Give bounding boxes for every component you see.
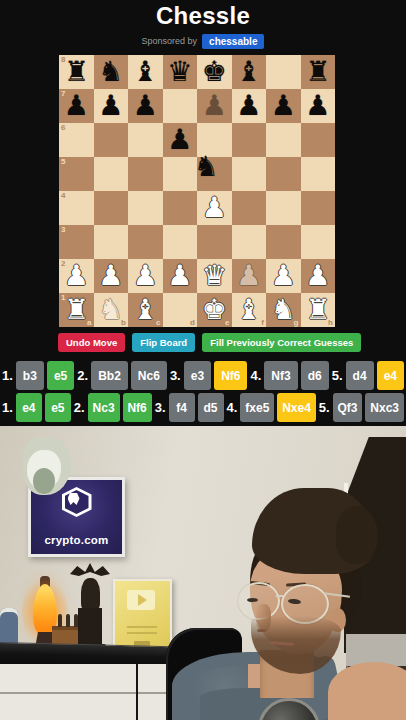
square-f6[interactable]: [232, 123, 267, 157]
guess-tile-fxe5: fxe5: [240, 393, 274, 422]
black-king-piece[interactable]: ♚: [197, 55, 232, 89]
square-c8[interactable]: ♝: [128, 55, 163, 89]
square-g2[interactable]: ♟: [266, 259, 301, 293]
square-b2[interactable]: ♟: [94, 259, 129, 293]
square-d7[interactable]: [163, 89, 198, 123]
white-rook-piece[interactable]: ♜: [301, 293, 336, 327]
sponsor-row: Sponsored by chessable: [0, 33, 406, 49]
move-number: 1.: [2, 368, 13, 383]
file-label: d: [190, 318, 195, 327]
square-c1[interactable]: c♝: [128, 293, 163, 327]
hair-curl: [336, 506, 378, 564]
mini-chess-piece: [66, 614, 70, 627]
square-a8[interactable]: 8♜: [59, 55, 94, 89]
crypto-poster-brand: crypto.com: [31, 534, 122, 546]
square-f8[interactable]: ♝: [232, 55, 267, 89]
rank-label: 4: [61, 191, 65, 201]
sponsor-prefix: Sponsored by: [142, 36, 198, 46]
play-button-icon: [127, 590, 155, 610]
move-number: 3.: [155, 400, 166, 415]
black-pawn-piece[interactable]: ♟: [197, 89, 232, 123]
guess-tile-e5: e5: [45, 393, 71, 422]
white-pawn-piece[interactable]: ♟: [232, 259, 267, 293]
guess-tile-e4: e4: [16, 393, 42, 422]
black-pawn-piece[interactable]: ♟: [232, 89, 267, 123]
white-pawn-piece[interactable]: ♟: [94, 259, 129, 293]
square-e5[interactable]: ♞: [197, 157, 232, 191]
black-pawn-piece[interactable]: ♟: [59, 89, 94, 123]
square-d3[interactable]: [163, 225, 198, 259]
square-b6[interactable]: [94, 123, 129, 157]
square-b8[interactable]: ♞: [94, 55, 129, 89]
square-g5[interactable]: [266, 157, 301, 191]
square-g4[interactable]: [266, 191, 301, 225]
white-rook-piece[interactable]: ♜: [59, 293, 94, 327]
square-e2[interactable]: ♛: [197, 259, 232, 293]
square-b1[interactable]: b♞: [94, 293, 129, 327]
webcam-view: crypto.com: [0, 426, 406, 720]
guess-tile-e4: e4: [377, 361, 404, 390]
move-number: 5.: [332, 368, 343, 383]
black-bishop-piece[interactable]: ♝: [232, 55, 267, 89]
square-e1[interactable]: e♚: [197, 293, 232, 327]
square-f4[interactable]: [232, 191, 267, 225]
square-h7[interactable]: ♟: [301, 89, 336, 123]
crypto-poster: crypto.com: [28, 477, 125, 557]
guess-tile-Nxe4: Nxe4: [277, 393, 316, 422]
white-pawn-piece[interactable]: ♟: [128, 259, 163, 293]
square-c3[interactable]: [128, 225, 163, 259]
chessable-badge[interactable]: chessable: [202, 34, 264, 49]
black-rook-piece[interactable]: ♜: [301, 55, 336, 89]
square-g7[interactable]: ♟: [266, 89, 301, 123]
square-c7[interactable]: ♟: [128, 89, 163, 123]
guess-tile-Nf6: Nf6: [123, 393, 152, 422]
guess-tile-Bb2: Bb2: [91, 361, 128, 390]
square-b4[interactable]: [94, 191, 129, 225]
drawer-groove: [0, 692, 182, 694]
square-f1[interactable]: f♝: [232, 293, 267, 327]
square-g6[interactable]: [266, 123, 301, 157]
fill-correct-guesses-button[interactable]: Fill Previously Correct Guesses: [202, 333, 361, 352]
square-e3[interactable]: [197, 225, 232, 259]
crypto-logo-icon: [62, 487, 92, 517]
guess-tile-Nc3: Nc3: [88, 393, 120, 422]
square-a7[interactable]: 7♟: [59, 89, 94, 123]
square-h2[interactable]: ♟: [301, 259, 336, 293]
square-f5[interactable]: [232, 157, 267, 191]
square-g1[interactable]: g♞: [266, 293, 301, 327]
black-pawn-piece[interactable]: ♟: [94, 89, 129, 123]
guess-tile-f4: f4: [169, 393, 195, 422]
square-f3[interactable]: [232, 225, 267, 259]
black-pawn-piece[interactable]: ♟: [266, 89, 301, 123]
guess-tile-Nc6: Nc6: [131, 361, 167, 390]
page-title: Chessle: [0, 2, 406, 30]
guess-rows: 1.b3e52.Bb2Nc63.e3Nf64.Nf3d65.d4e41.e4e5…: [0, 361, 406, 425]
rank-label: 5: [61, 157, 65, 167]
white-pawn-piece[interactable]: ♟: [59, 259, 94, 293]
black-knight-piece[interactable]: ♞: [94, 55, 129, 89]
move-number: 2.: [74, 400, 85, 415]
square-a5[interactable]: 5: [59, 157, 94, 191]
square-g8[interactable]: [266, 55, 301, 89]
guess-tile-d6: d6: [301, 361, 329, 390]
square-e8[interactable]: ♚: [197, 55, 232, 89]
guess-tile-d5: d5: [198, 393, 224, 422]
square-c2[interactable]: ♟: [128, 259, 163, 293]
square-h4[interactable]: [301, 191, 336, 225]
guess-tile-Nf6: Nf6: [214, 361, 247, 390]
white-pawn-piece[interactable]: ♟: [301, 259, 336, 293]
move-number: 3.: [170, 368, 181, 383]
square-h6[interactable]: [301, 123, 336, 157]
square-a1[interactable]: 1a♜: [59, 293, 94, 327]
move-number: 4.: [250, 368, 261, 383]
shoulder: [328, 662, 406, 720]
square-e7[interactable]: ♟: [197, 89, 232, 123]
white-bishop-piece[interactable]: ♝: [128, 293, 163, 327]
white-pawn-piece[interactable]: ♟: [197, 191, 232, 225]
guess-row-2: 1.e4e52.Nc3Nf63.f4d54.fxe5Nxe45.Qf3Nxc3: [0, 393, 406, 422]
white-knight-piece[interactable]: ♞: [266, 293, 301, 327]
square-d4[interactable]: [163, 191, 198, 225]
black-rook-piece[interactable]: ♜: [59, 55, 94, 89]
rank-label: 3: [61, 225, 65, 235]
move-number: 4.: [227, 400, 238, 415]
square-c5[interactable]: [128, 157, 163, 191]
gargoyle-statue: [81, 578, 100, 610]
cloth-item-shadow: [33, 468, 55, 494]
chessle-app: Chessle Sponsored by chessable 8♜♞♝♛♚♝♜7…: [0, 0, 406, 720]
square-a6[interactable]: 6: [59, 123, 94, 157]
square-h1[interactable]: h♜: [301, 293, 336, 327]
square-a2[interactable]: 2♟: [59, 259, 94, 293]
square-h3[interactable]: [301, 225, 336, 259]
move-number: 1.: [2, 400, 13, 415]
square-c4[interactable]: [128, 191, 163, 225]
square-h5[interactable]: [301, 157, 336, 191]
square-h8[interactable]: ♜: [301, 55, 336, 89]
rank-label: 6: [61, 123, 65, 133]
flip-board-button[interactable]: Flip Board: [132, 333, 195, 352]
square-a3[interactable]: 3: [59, 225, 94, 259]
square-b3[interactable]: [94, 225, 129, 259]
black-pawn-piece[interactable]: ♟: [301, 89, 336, 123]
white-pawn-piece[interactable]: ♟: [266, 259, 301, 293]
square-d8[interactable]: ♛: [163, 55, 198, 89]
black-bishop-piece[interactable]: ♝: [128, 55, 163, 89]
guess-tile-Nxc3: Nxc3: [365, 393, 404, 422]
black-pawn-piece[interactable]: ♟: [128, 89, 163, 123]
white-bishop-piece[interactable]: ♝: [232, 293, 267, 327]
square-c6[interactable]: [128, 123, 163, 157]
square-f7[interactable]: ♟: [232, 89, 267, 123]
square-b5[interactable]: [94, 157, 129, 191]
square-b7[interactable]: ♟: [94, 89, 129, 123]
square-d2[interactable]: ♟: [163, 259, 198, 293]
black-queen-piece[interactable]: ♛: [163, 55, 198, 89]
guess-tile-Nf3: Nf3: [264, 361, 297, 390]
action-buttons: Undo Move Flip Board Fill Previously Cor…: [58, 333, 338, 352]
mini-chess-piece: [58, 614, 62, 627]
square-g3[interactable]: [266, 225, 301, 259]
guess-tile-d4: d4: [346, 361, 374, 390]
glasses-bridge: [276, 595, 283, 597]
board: 8♜♞♝♛♚♝♜7♟♟♟♟♟♟♟6♟5♞4♟32♟♟♟♟♛♟♟♟1a♜b♞c♝d…: [59, 55, 335, 327]
white-king-piece[interactable]: ♚: [197, 293, 232, 327]
square-a4[interactable]: 4: [59, 191, 94, 225]
square-e4[interactable]: ♟: [197, 191, 232, 225]
guess-tile-b3: b3: [16, 361, 44, 390]
white-queen-piece[interactable]: ♛: [197, 259, 232, 293]
white-knight-piece[interactable]: ♞: [94, 293, 129, 327]
move-number: 2.: [77, 368, 88, 383]
guess-row-1: 1.b3e52.Bb2Nc63.e3Nf64.Nf3d65.d4e4: [0, 361, 406, 390]
black-knight-piece[interactable]: ♞: [189, 150, 224, 184]
guess-tile-e3: e3: [184, 361, 211, 390]
guess-tile-e5: e5: [47, 361, 74, 390]
square-d1[interactable]: d: [163, 293, 198, 327]
undo-move-button[interactable]: Undo Move: [58, 333, 125, 352]
square-f2[interactable]: ♟: [232, 259, 267, 293]
cable: [136, 664, 138, 720]
guess-tile-Qf3: Qf3: [333, 393, 363, 422]
white-pawn-piece[interactable]: ♟: [163, 259, 198, 293]
move-number: 5.: [319, 400, 330, 415]
